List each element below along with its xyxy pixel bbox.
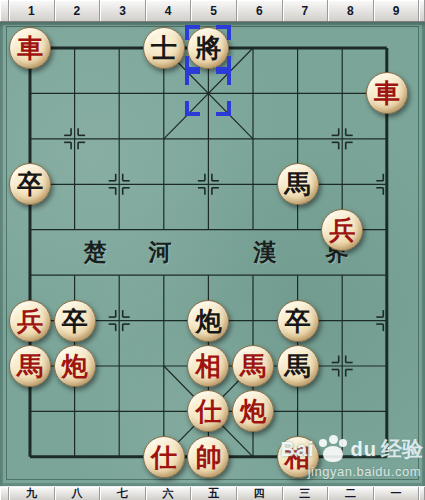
highlight-corner-icon (185, 25, 200, 40)
file-label-top: 6 (237, 0, 283, 21)
piece-glyph: 兵 (17, 309, 43, 335)
piece-black-卒[interactable]: 卒 (277, 300, 319, 342)
piece-red-炮[interactable]: 炮 (54, 345, 96, 387)
file-label-bottom: 五 (191, 487, 237, 500)
highlight-square (187, 72, 229, 114)
piece-glyph: 帥 (195, 445, 221, 471)
bar-end-cap (0, 487, 9, 500)
piece-red-馬[interactable]: 馬 (9, 345, 51, 387)
piece-glyph: 炮 (62, 354, 88, 380)
piece-red-兵[interactable]: 兵 (321, 209, 363, 251)
file-label-bottom: 八 (55, 487, 101, 500)
piece-glyph: 馬 (17, 354, 43, 380)
file-label-bottom: 四 (237, 487, 283, 500)
piece-glyph: 炮 (240, 399, 266, 425)
file-label-top: 4 (146, 0, 192, 21)
piece-black-士[interactable]: 士 (143, 27, 185, 69)
highlight-corner-icon (216, 101, 231, 116)
file-label-bottom: 七 (100, 487, 146, 500)
file-label-top: 3 (100, 0, 146, 21)
highlight-corner-icon (185, 101, 200, 116)
watermark-brand-left: Bai (280, 438, 314, 461)
piece-glyph: 卒 (62, 309, 88, 335)
highlight-corner-icon (216, 25, 231, 40)
piece-glyph: 卒 (285, 309, 311, 335)
file-label-bottom: 一 (374, 487, 420, 500)
bar-end-cap (0, 0, 9, 21)
piece-glyph: 士 (151, 36, 177, 62)
piece-black-炮[interactable]: 炮 (187, 300, 229, 342)
piece-red-兵[interactable]: 兵 (9, 300, 51, 342)
piece-glyph: 兵 (329, 218, 355, 244)
bar-end-cap (419, 0, 425, 21)
bar-end-cap (419, 487, 425, 500)
watermark-url: jingyan.baidu.com (223, 464, 423, 479)
piece-red-車[interactable]: 車 (366, 72, 408, 114)
highlight-corner-icon (216, 56, 231, 71)
river-char: 河 (145, 237, 175, 268)
piece-glyph: 卒 (17, 172, 43, 198)
piece-black-馬[interactable]: 馬 (277, 163, 319, 205)
piece-glyph: 炮 (195, 309, 221, 335)
file-label-bottom: 二 (328, 487, 374, 500)
file-label-top: 8 (328, 0, 374, 21)
bottom-file-labels: 九八七六五四三二一 (0, 486, 425, 500)
piece-glyph: 馬 (240, 354, 266, 380)
paw-icon (318, 435, 348, 463)
piece-black-卒[interactable]: 卒 (54, 300, 96, 342)
top-file-labels: 123456789 (0, 0, 425, 22)
watermark-brand-right: du (351, 438, 377, 461)
highlight-corner-icon (216, 70, 231, 85)
piece-red-馬[interactable]: 馬 (232, 345, 274, 387)
board[interactable]: 楚河漢界 車士將車卒馬兵兵卒炮卒馬炮相馬馬仕炮仕帥相 Bai du 经验 jin… (0, 22, 425, 486)
file-label-top: 2 (55, 0, 101, 21)
file-label-top: 9 (374, 0, 420, 21)
highlight-corner-icon (185, 70, 200, 85)
river-char: 楚 (80, 237, 110, 268)
watermark: Bai du 经验 jingyan.baidu.com (223, 434, 423, 479)
highlight-square (187, 27, 229, 69)
piece-glyph: 相 (195, 354, 221, 380)
piece-glyph: 車 (374, 81, 400, 107)
file-label-top: 1 (9, 0, 55, 21)
file-label-bottom: 三 (283, 487, 329, 500)
piece-red-車[interactable]: 車 (9, 27, 51, 69)
piece-black-馬[interactable]: 馬 (277, 345, 319, 387)
piece-glyph: 馬 (285, 354, 311, 380)
piece-red-仕[interactable]: 仕 (143, 436, 185, 478)
file-label-bottom: 六 (146, 487, 192, 500)
piece-glyph: 仕 (151, 445, 177, 471)
piece-glyph: 馬 (285, 172, 311, 198)
file-label-top: 5 (191, 0, 237, 21)
file-label-top: 7 (283, 0, 329, 21)
file-label-bottom: 九 (9, 487, 55, 500)
piece-glyph: 仕 (195, 399, 221, 425)
river-char: 漢 (250, 237, 280, 268)
piece-glyph: 車 (17, 36, 43, 62)
piece-black-卒[interactable]: 卒 (9, 163, 51, 205)
xiangqi-widget: 123456789 楚河漢界 車士將車卒馬兵兵卒炮卒馬炮相馬馬仕炮仕帥相 Bai… (0, 0, 425, 500)
watermark-suffix: 经验 (381, 435, 423, 463)
highlight-corner-icon (185, 56, 200, 71)
